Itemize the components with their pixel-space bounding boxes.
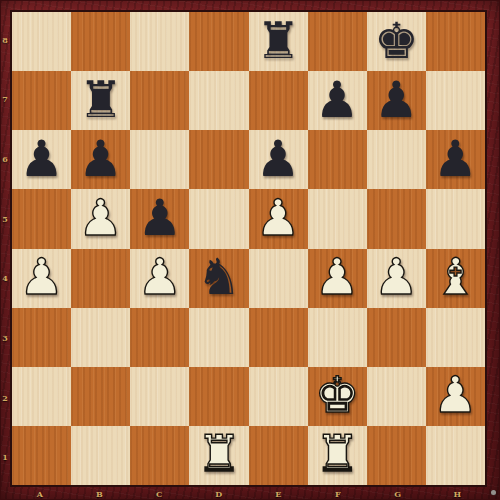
square-b8[interactable] [71, 12, 130, 71]
piece-black-pawn[interactable]: ♟ [433, 134, 478, 184]
square-e1[interactable] [249, 426, 308, 485]
square-g3[interactable] [367, 308, 426, 367]
piece-black-rook[interactable]: ♜ [78, 75, 123, 125]
square-e6[interactable]: ♟ [249, 130, 308, 189]
square-h4[interactable]: ♝ [426, 249, 485, 308]
piece-white-pawn[interactable]: ♟ [374, 252, 419, 302]
piece-black-pawn[interactable]: ♟ [374, 75, 419, 125]
piece-black-pawn[interactable]: ♟ [315, 75, 360, 125]
square-g5[interactable] [367, 189, 426, 248]
corner-dot [491, 490, 496, 495]
file-label-b: B [70, 487, 130, 500]
square-d3[interactable] [189, 308, 248, 367]
square-b3[interactable] [71, 308, 130, 367]
square-g8[interactable]: ♚ [367, 12, 426, 71]
piece-white-pawn[interactable]: ♟ [78, 193, 123, 243]
file-label-a: A [10, 487, 70, 500]
rank-label-5: 5 [0, 189, 10, 249]
file-labels: ABCDEFGH [10, 487, 487, 500]
square-h5[interactable] [426, 189, 485, 248]
square-b6[interactable]: ♟ [71, 130, 130, 189]
piece-white-pawn[interactable]: ♟ [19, 252, 64, 302]
piece-white-pawn[interactable]: ♟ [433, 370, 478, 420]
square-g7[interactable]: ♟ [367, 71, 426, 130]
chess-board-frame: ♜♚♜♟♟♟♟♟♟♟♟♟♟♟♞♟♟♝♚♟♜♜ 87654321 ABCDEFGH [0, 0, 500, 500]
square-b7[interactable]: ♜ [71, 71, 130, 130]
square-f1[interactable]: ♜ [308, 426, 367, 485]
piece-white-pawn[interactable]: ♟ [256, 193, 301, 243]
square-a7[interactable] [12, 71, 71, 130]
file-label-c: C [129, 487, 189, 500]
rank-label-4: 4 [0, 249, 10, 309]
square-a8[interactable] [12, 12, 71, 71]
piece-white-king[interactable]: ♚ [315, 370, 360, 420]
square-a2[interactable] [12, 367, 71, 426]
square-h1[interactable] [426, 426, 485, 485]
square-h7[interactable] [426, 71, 485, 130]
square-g4[interactable]: ♟ [367, 249, 426, 308]
piece-white-pawn[interactable]: ♟ [137, 252, 182, 302]
file-label-d: D [189, 487, 249, 500]
square-f7[interactable]: ♟ [308, 71, 367, 130]
square-a1[interactable] [12, 426, 71, 485]
piece-black-pawn[interactable]: ♟ [19, 134, 64, 184]
square-c5[interactable]: ♟ [130, 189, 189, 248]
rank-label-7: 7 [0, 70, 10, 130]
rank-labels: 87654321 [0, 10, 10, 487]
square-h8[interactable] [426, 12, 485, 71]
square-f4[interactable]: ♟ [308, 249, 367, 308]
square-c7[interactable] [130, 71, 189, 130]
piece-black-rook[interactable]: ♜ [256, 16, 301, 66]
square-b1[interactable] [71, 426, 130, 485]
piece-black-pawn[interactable]: ♟ [78, 134, 123, 184]
square-c3[interactable] [130, 308, 189, 367]
square-d7[interactable] [189, 71, 248, 130]
square-c1[interactable] [130, 426, 189, 485]
piece-black-pawn[interactable]: ♟ [137, 193, 182, 243]
file-label-h: H [427, 487, 487, 500]
square-g2[interactable] [367, 367, 426, 426]
file-label-g: G [368, 487, 428, 500]
piece-black-king[interactable]: ♚ [374, 16, 419, 66]
rank-label-1: 1 [0, 427, 10, 487]
square-b5[interactable]: ♟ [71, 189, 130, 248]
square-e7[interactable] [249, 71, 308, 130]
square-e4[interactable] [249, 249, 308, 308]
rank-label-6: 6 [0, 129, 10, 189]
rank-label-3: 3 [0, 308, 10, 368]
rank-label-8: 8 [0, 10, 10, 70]
square-b4[interactable] [71, 249, 130, 308]
piece-black-pawn[interactable]: ♟ [256, 134, 301, 184]
rank-label-2: 2 [0, 368, 10, 428]
square-f8[interactable] [308, 12, 367, 71]
piece-white-rook[interactable]: ♜ [315, 429, 360, 479]
square-h3[interactable] [426, 308, 485, 367]
piece-white-rook[interactable]: ♜ [197, 429, 242, 479]
square-d4[interactable]: ♞ [189, 249, 248, 308]
square-d6[interactable] [189, 130, 248, 189]
square-g6[interactable] [367, 130, 426, 189]
piece-black-knight[interactable]: ♞ [197, 252, 242, 302]
square-h6[interactable]: ♟ [426, 130, 485, 189]
square-e8[interactable]: ♜ [249, 12, 308, 71]
square-c6[interactable] [130, 130, 189, 189]
square-e5[interactable]: ♟ [249, 189, 308, 248]
square-c8[interactable] [130, 12, 189, 71]
square-g1[interactable] [367, 426, 426, 485]
square-f3[interactable] [308, 308, 367, 367]
file-label-e: E [249, 487, 309, 500]
square-f6[interactable] [308, 130, 367, 189]
square-f2[interactable]: ♚ [308, 367, 367, 426]
square-a6[interactable]: ♟ [12, 130, 71, 189]
square-d5[interactable] [189, 189, 248, 248]
square-d1[interactable]: ♜ [189, 426, 248, 485]
square-h2[interactable]: ♟ [426, 367, 485, 426]
square-b2[interactable] [71, 367, 130, 426]
piece-white-pawn[interactable]: ♟ [315, 252, 360, 302]
square-e2[interactable] [249, 367, 308, 426]
square-f5[interactable] [308, 189, 367, 248]
piece-white-bishop[interactable]: ♝ [433, 252, 478, 302]
square-a3[interactable] [12, 308, 71, 367]
square-e3[interactable] [249, 308, 308, 367]
file-label-f: F [308, 487, 368, 500]
square-c4[interactable]: ♟ [130, 249, 189, 308]
board: ♜♚♜♟♟♟♟♟♟♟♟♟♟♟♞♟♟♝♚♟♜♜ [10, 10, 487, 487]
square-d8[interactable] [189, 12, 248, 71]
square-a5[interactable] [12, 189, 71, 248]
square-a4[interactable]: ♟ [12, 249, 71, 308]
square-c2[interactable] [130, 367, 189, 426]
square-d2[interactable] [189, 367, 248, 426]
